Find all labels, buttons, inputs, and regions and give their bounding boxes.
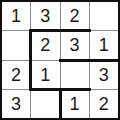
cell-r0c2[interactable]: 2 <box>61 2 89 30</box>
cell-r2c1[interactable]: 1 <box>31 61 59 89</box>
cell-r2c3[interactable]: 3 <box>90 61 118 89</box>
cell-r1c3[interactable]: 1 <box>90 31 118 59</box>
cell-r3c0[interactable]: 3 <box>2 90 30 118</box>
cell-r1c0[interactable] <box>2 31 30 59</box>
cell-r3c3[interactable]: 2 <box>90 90 118 118</box>
cell-grid: 132231213312 <box>2 2 118 118</box>
cell-r1c1[interactable]: 2 <box>31 31 59 59</box>
cell-r2c2[interactable] <box>61 61 89 89</box>
cell-r3c1[interactable] <box>31 90 59 118</box>
cell-r2c0[interactable]: 2 <box>2 61 30 89</box>
cell-r3c2[interactable]: 1 <box>61 90 89 118</box>
puzzle-board: 132231213312 <box>0 0 120 120</box>
cell-r1c2[interactable]: 3 <box>61 31 89 59</box>
cell-r0c0[interactable]: 1 <box>2 2 30 30</box>
cell-r0c1[interactable]: 3 <box>31 2 59 30</box>
cell-r0c3[interactable] <box>90 2 118 30</box>
